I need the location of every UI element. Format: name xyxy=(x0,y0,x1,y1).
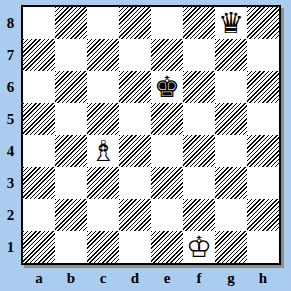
square-d6[interactable] xyxy=(119,71,151,103)
square-a7[interactable] xyxy=(23,39,55,71)
file-label-b: b xyxy=(55,266,87,290)
square-c1[interactable] xyxy=(87,231,119,263)
square-e5[interactable] xyxy=(151,103,183,135)
white-bishop[interactable]: ♗ xyxy=(87,135,119,167)
square-h5[interactable] xyxy=(247,103,279,135)
file-label-d: d xyxy=(119,266,151,290)
rank-label-2: 2 xyxy=(0,199,21,231)
black-king[interactable]: ♚ xyxy=(151,71,183,103)
square-c2[interactable] xyxy=(87,199,119,231)
square-a1[interactable] xyxy=(23,231,55,263)
square-a2[interactable] xyxy=(23,199,55,231)
square-a4[interactable] xyxy=(23,135,55,167)
square-h8[interactable] xyxy=(247,7,279,39)
square-f6[interactable] xyxy=(183,71,215,103)
square-g2[interactable] xyxy=(215,199,247,231)
square-e1[interactable] xyxy=(151,231,183,263)
square-f7[interactable] xyxy=(183,39,215,71)
square-g8[interactable]: ♛ xyxy=(215,7,247,39)
file-label-h: h xyxy=(247,266,279,290)
square-f3[interactable] xyxy=(183,167,215,199)
square-c3[interactable] xyxy=(87,167,119,199)
square-h2[interactable] xyxy=(247,199,279,231)
file-label-e: e xyxy=(151,266,183,290)
square-f5[interactable] xyxy=(183,103,215,135)
square-d7[interactable] xyxy=(119,39,151,71)
square-g5[interactable] xyxy=(215,103,247,135)
square-e7[interactable] xyxy=(151,39,183,71)
rank-label-7: 7 xyxy=(0,39,21,71)
rank-label-5: 5 xyxy=(0,103,21,135)
diagram-background: 87654321 ♛♚♗♔ abcdefgh xyxy=(0,0,291,291)
square-g6[interactable] xyxy=(215,71,247,103)
square-e8[interactable] xyxy=(151,7,183,39)
rank-label-4: 4 xyxy=(0,135,21,167)
rank-label-8: 8 xyxy=(0,7,21,39)
square-h6[interactable] xyxy=(247,71,279,103)
square-h3[interactable] xyxy=(247,167,279,199)
square-f8[interactable] xyxy=(183,7,215,39)
file-label-g: g xyxy=(215,266,247,290)
file-label-f: f xyxy=(183,266,215,290)
square-c4[interactable]: ♗ xyxy=(87,135,119,167)
square-e6[interactable]: ♚ xyxy=(151,71,183,103)
square-d4[interactable] xyxy=(119,135,151,167)
square-e4[interactable] xyxy=(151,135,183,167)
square-e2[interactable] xyxy=(151,199,183,231)
square-h1[interactable] xyxy=(247,231,279,263)
white-king[interactable]: ♔ xyxy=(183,231,215,263)
square-b5[interactable] xyxy=(55,103,87,135)
square-a3[interactable] xyxy=(23,167,55,199)
square-g4[interactable] xyxy=(215,135,247,167)
square-a8[interactable] xyxy=(23,7,55,39)
square-b8[interactable] xyxy=(55,7,87,39)
rank-label-6: 6 xyxy=(0,71,21,103)
rank-labels: 87654321 xyxy=(0,7,21,263)
square-b7[interactable] xyxy=(55,39,87,71)
file-label-c: c xyxy=(87,266,119,290)
square-d3[interactable] xyxy=(119,167,151,199)
square-c6[interactable] xyxy=(87,71,119,103)
square-f4[interactable] xyxy=(183,135,215,167)
square-d1[interactable] xyxy=(119,231,151,263)
square-a5[interactable] xyxy=(23,103,55,135)
square-h4[interactable] xyxy=(247,135,279,167)
chess-board: ♛♚♗♔ xyxy=(21,5,281,265)
square-f2[interactable] xyxy=(183,199,215,231)
square-d2[interactable] xyxy=(119,199,151,231)
square-g3[interactable] xyxy=(215,167,247,199)
square-f1[interactable]: ♔ xyxy=(183,231,215,263)
square-d8[interactable] xyxy=(119,7,151,39)
file-label-a: a xyxy=(23,266,55,290)
rank-label-1: 1 xyxy=(0,231,21,263)
square-d5[interactable] xyxy=(119,103,151,135)
black-queen[interactable]: ♛ xyxy=(215,7,247,39)
square-b6[interactable] xyxy=(55,71,87,103)
square-b4[interactable] xyxy=(55,135,87,167)
square-g7[interactable] xyxy=(215,39,247,71)
square-b2[interactable] xyxy=(55,199,87,231)
square-g1[interactable] xyxy=(215,231,247,263)
rank-label-3: 3 xyxy=(0,167,21,199)
file-labels: abcdefgh xyxy=(23,266,279,290)
square-e3[interactable] xyxy=(151,167,183,199)
square-c8[interactable] xyxy=(87,7,119,39)
square-h7[interactable] xyxy=(247,39,279,71)
square-c5[interactable] xyxy=(87,103,119,135)
square-b1[interactable] xyxy=(55,231,87,263)
square-c7[interactable] xyxy=(87,39,119,71)
square-b3[interactable] xyxy=(55,167,87,199)
square-a6[interactable] xyxy=(23,71,55,103)
